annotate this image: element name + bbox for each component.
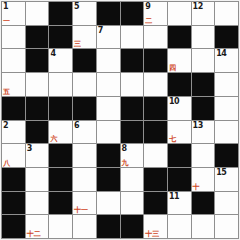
down-clue-number: 2	[3, 121, 8, 130]
across-clue-number: 五	[3, 88, 10, 96]
block-r9c7	[144, 192, 168, 216]
across-clue-number: 六	[50, 135, 57, 143]
cell-r9c2[interactable]	[26, 192, 50, 216]
crossword-board: 1一59二12三74四14五102六6七13八38九十15十一11十二十三	[0, 0, 240, 240]
down-clue-number: 12	[193, 2, 203, 11]
cell-r10c8[interactable]	[168, 215, 192, 239]
block-r3c2	[26, 49, 50, 73]
block-r3c4	[73, 49, 97, 73]
cell-r6c4[interactable]: 6	[73, 121, 97, 145]
cell-r3c10[interactable]: 14	[215, 49, 239, 73]
across-clue-number: 十三	[145, 230, 159, 238]
block-r6c6	[121, 121, 145, 145]
down-clue-number: 7	[98, 26, 103, 35]
across-clue-number: 一	[3, 17, 10, 25]
cell-r7c9[interactable]	[192, 144, 216, 168]
block-r5c4	[73, 97, 97, 121]
across-clue-number: 四	[169, 64, 176, 72]
cell-r2c7[interactable]	[144, 26, 168, 50]
block-r4c8	[168, 73, 192, 97]
across-clue-number: 八	[3, 159, 10, 167]
down-clue-number: 15	[216, 168, 226, 177]
block-r8c8	[168, 168, 192, 192]
block-r10c5	[97, 215, 121, 239]
cell-r1c1[interactable]: 1一	[2, 2, 26, 26]
cell-r4c2[interactable]	[26, 73, 50, 97]
block-r7c10	[215, 144, 239, 168]
cell-r1c2[interactable]	[26, 2, 50, 26]
block-r5c2	[26, 97, 50, 121]
cell-r9c10[interactable]	[215, 192, 239, 216]
cell-r1c8[interactable]	[168, 2, 192, 26]
across-clue-number: 十一	[74, 206, 88, 214]
block-r5c6	[121, 97, 145, 121]
cell-r10c9[interactable]	[192, 215, 216, 239]
cell-r4c7[interactable]	[144, 73, 168, 97]
block-r2c2	[26, 26, 50, 50]
block-r4c9	[192, 73, 216, 97]
cell-r3c5[interactable]	[97, 49, 121, 73]
cell-r9c8[interactable]: 11	[168, 192, 192, 216]
cell-r4c6[interactable]	[121, 73, 145, 97]
cell-r7c7[interactable]	[144, 144, 168, 168]
block-r2c10	[215, 26, 239, 50]
cell-r6c3[interactable]: 六	[49, 121, 73, 145]
block-r7c8	[168, 144, 192, 168]
cell-r1c7[interactable]: 9二	[144, 2, 168, 26]
down-clue-number: 10	[169, 97, 179, 106]
across-clue-number: 三	[74, 40, 81, 48]
block-r7c3	[49, 144, 73, 168]
across-clue-number: 九	[122, 159, 129, 167]
cell-r8c10[interactable]: 15	[215, 168, 239, 192]
cell-r5c8[interactable]: 10	[168, 97, 192, 121]
cell-r10c10[interactable]	[215, 215, 239, 239]
cell-r4c1[interactable]: 五	[2, 73, 26, 97]
across-clue-number: 十二	[27, 230, 41, 238]
down-clue-number: 5	[74, 2, 79, 11]
block-r8c7	[144, 168, 168, 192]
cell-r6c10[interactable]	[215, 121, 239, 145]
across-clue-number: 二	[145, 17, 152, 25]
block-r1c6	[121, 2, 145, 26]
down-clue-number: 9	[145, 2, 150, 11]
down-clue-number: 13	[193, 121, 203, 130]
down-clue-number: 6	[74, 121, 79, 130]
cell-r3c8[interactable]: 四	[168, 49, 192, 73]
block-r2c3	[49, 26, 73, 50]
block-r10c1	[2, 215, 26, 239]
block-r2c8	[168, 26, 192, 50]
crossword-grid: 1一59二12三74四14五102六6七13八38九十15十一11十二十三	[1, 1, 239, 239]
down-clue-number: 4	[50, 49, 55, 58]
block-r3c6	[121, 49, 145, 73]
cell-r6c8[interactable]: 七	[168, 121, 192, 145]
block-r9c9	[192, 192, 216, 216]
cell-r7c1[interactable]: 八	[2, 144, 26, 168]
cell-r9c5[interactable]	[97, 192, 121, 216]
cell-r6c9[interactable]: 13	[192, 121, 216, 145]
cell-r8c9[interactable]: 十	[192, 168, 216, 192]
cell-r6c1[interactable]: 2	[2, 121, 26, 145]
cell-r8c6[interactable]	[121, 168, 145, 192]
block-r9c1	[2, 192, 26, 216]
block-r10c6	[121, 215, 145, 239]
cell-r8c4[interactable]	[73, 168, 97, 192]
cell-r7c6[interactable]: 8九	[121, 144, 145, 168]
cell-r10c2[interactable]: 十二	[26, 215, 50, 239]
down-clue-number: 1	[3, 2, 8, 11]
block-r1c3	[49, 2, 73, 26]
block-r6c7	[144, 121, 168, 145]
cell-r4c10[interactable]	[215, 73, 239, 97]
cell-r4c4[interactable]	[73, 73, 97, 97]
down-clue-number: 3	[27, 144, 32, 153]
block-r8c1	[2, 168, 26, 192]
cell-r5c10[interactable]	[215, 97, 239, 121]
block-r5c3	[49, 97, 73, 121]
cell-r3c3[interactable]: 4	[49, 49, 73, 73]
cell-r1c10[interactable]	[215, 2, 239, 26]
cell-r4c5[interactable]	[97, 73, 121, 97]
cell-r8c2[interactable]	[26, 168, 50, 192]
cell-r1c4[interactable]: 5	[73, 2, 97, 26]
cell-r7c4[interactable]	[73, 144, 97, 168]
down-clue-number: 14	[216, 49, 226, 58]
cell-r2c6[interactable]	[121, 26, 145, 50]
block-r7c5	[97, 144, 121, 168]
cell-r9c4[interactable]: 十一	[73, 192, 97, 216]
cell-r6c5[interactable]	[97, 121, 121, 145]
across-clue-number: 七	[169, 135, 176, 143]
block-r1c5	[97, 2, 121, 26]
cell-r10c3[interactable]	[49, 215, 73, 239]
block-r8c5	[97, 168, 121, 192]
cell-r1c9[interactable]: 12	[192, 2, 216, 26]
cell-r2c4[interactable]: 三	[73, 26, 97, 50]
block-r5c9	[192, 97, 216, 121]
across-clue-number: 十	[193, 183, 200, 191]
cell-r10c7[interactable]: 十三	[144, 215, 168, 239]
block-r8c3	[49, 168, 73, 192]
block-r6c2	[26, 121, 50, 145]
down-clue-number: 11	[169, 192, 179, 201]
cell-r3c1[interactable]	[2, 49, 26, 73]
down-clue-number: 8	[122, 144, 127, 153]
cell-r2c1[interactable]	[2, 26, 26, 50]
cell-r3c9[interactable]	[192, 49, 216, 73]
block-r3c7	[144, 49, 168, 73]
cell-r4c3[interactable]	[49, 73, 73, 97]
cell-r10c4[interactable]	[73, 215, 97, 239]
cell-r2c9[interactable]	[192, 26, 216, 50]
cell-r2c5[interactable]: 7	[97, 26, 121, 50]
cell-r7c2[interactable]: 3	[26, 144, 50, 168]
block-r5c1	[2, 97, 26, 121]
block-r9c3	[49, 192, 73, 216]
block-r5c7	[144, 97, 168, 121]
cell-r9c6[interactable]	[121, 192, 145, 216]
cell-r5c5[interactable]	[97, 97, 121, 121]
